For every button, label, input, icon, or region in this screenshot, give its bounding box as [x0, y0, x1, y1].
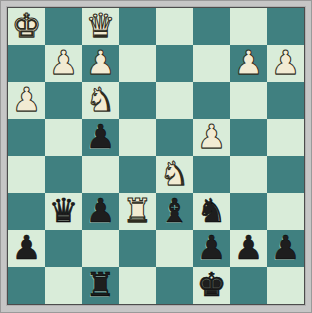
square-f4[interactable]	[193, 156, 230, 193]
square-c1[interactable]: ♜	[82, 267, 119, 304]
square-h4[interactable]	[267, 156, 304, 193]
square-a1[interactable]	[8, 267, 45, 304]
white-knight[interactable]: ♞	[160, 155, 190, 192]
white-pawn[interactable]: ♟	[49, 44, 79, 81]
square-f1[interactable]: ♚	[193, 267, 230, 304]
square-d1[interactable]	[119, 267, 156, 304]
white-pawn[interactable]: ♟	[12, 81, 42, 118]
white-queen[interactable]: ♛	[86, 7, 116, 44]
square-g3[interactable]	[230, 193, 267, 230]
square-b2[interactable]	[45, 230, 82, 267]
square-c6[interactable]: ♞	[82, 82, 119, 119]
square-d8[interactable]	[119, 8, 156, 45]
square-g1[interactable]	[230, 267, 267, 304]
square-e1[interactable]	[156, 267, 193, 304]
white-pawn[interactable]: ♟	[86, 44, 116, 81]
square-c3[interactable]: ♟	[82, 193, 119, 230]
black-pawn[interactable]: ♟	[271, 229, 301, 266]
square-h1[interactable]	[267, 267, 304, 304]
square-e4[interactable]: ♞	[156, 156, 193, 193]
square-d7[interactable]	[119, 45, 156, 82]
square-b1[interactable]	[45, 267, 82, 304]
square-d3[interactable]: ♜	[119, 193, 156, 230]
square-e8[interactable]	[156, 8, 193, 45]
black-bishop[interactable]: ♝	[160, 192, 190, 229]
square-b5[interactable]	[45, 119, 82, 156]
square-c8[interactable]: ♛	[82, 8, 119, 45]
square-h3[interactable]	[267, 193, 304, 230]
black-pawn[interactable]: ♟	[86, 118, 116, 155]
square-g6[interactable]	[230, 82, 267, 119]
black-king[interactable]: ♚	[197, 266, 227, 303]
black-pawn[interactable]: ♟	[12, 229, 42, 266]
square-b6[interactable]	[45, 82, 82, 119]
square-a4[interactable]	[8, 156, 45, 193]
square-f2[interactable]: ♟	[193, 230, 230, 267]
white-rook[interactable]: ♜	[123, 192, 153, 229]
white-pawn[interactable]: ♟	[234, 44, 264, 81]
square-a3[interactable]	[8, 193, 45, 230]
black-pawn[interactable]: ♟	[197, 229, 227, 266]
square-g2[interactable]: ♟	[230, 230, 267, 267]
square-d4[interactable]	[119, 156, 156, 193]
square-e7[interactable]	[156, 45, 193, 82]
white-pawn[interactable]: ♟	[271, 44, 301, 81]
white-pawn[interactable]: ♟	[197, 118, 227, 155]
square-f3[interactable]: ♞	[193, 193, 230, 230]
square-a2[interactable]: ♟	[8, 230, 45, 267]
square-h2[interactable]: ♟	[267, 230, 304, 267]
square-g4[interactable]	[230, 156, 267, 193]
square-d2[interactable]	[119, 230, 156, 267]
square-c5[interactable]: ♟	[82, 119, 119, 156]
square-b8[interactable]	[45, 8, 82, 45]
square-b4[interactable]	[45, 156, 82, 193]
board-frame: ♚♛♟♟♟♟♟♞♟♟♞♛♟♜♝♞♟♟♟♟♜♚	[0, 0, 312, 313]
chess-board: ♚♛♟♟♟♟♟♞♟♟♞♛♟♜♝♞♟♟♟♟♜♚	[7, 7, 305, 305]
square-f7[interactable]	[193, 45, 230, 82]
square-e3[interactable]: ♝	[156, 193, 193, 230]
square-f5[interactable]: ♟	[193, 119, 230, 156]
square-h5[interactable]	[267, 119, 304, 156]
black-queen[interactable]: ♛	[49, 192, 79, 229]
square-e6[interactable]	[156, 82, 193, 119]
square-a7[interactable]	[8, 45, 45, 82]
square-b7[interactable]: ♟	[45, 45, 82, 82]
square-h7[interactable]: ♟	[267, 45, 304, 82]
square-f6[interactable]	[193, 82, 230, 119]
square-g8[interactable]	[230, 8, 267, 45]
square-a5[interactable]	[8, 119, 45, 156]
square-e2[interactable]	[156, 230, 193, 267]
square-f8[interactable]	[193, 8, 230, 45]
black-rook[interactable]: ♜	[86, 266, 116, 303]
square-e5[interactable]	[156, 119, 193, 156]
square-b3[interactable]: ♛	[45, 193, 82, 230]
square-g7[interactable]: ♟	[230, 45, 267, 82]
square-c7[interactable]: ♟	[82, 45, 119, 82]
white-knight[interactable]: ♞	[86, 81, 116, 118]
square-a6[interactable]: ♟	[8, 82, 45, 119]
square-h8[interactable]	[267, 8, 304, 45]
black-pawn[interactable]: ♟	[234, 229, 264, 266]
black-knight[interactable]: ♞	[197, 192, 227, 229]
square-g5[interactable]	[230, 119, 267, 156]
square-h6[interactable]	[267, 82, 304, 119]
square-d5[interactable]	[119, 119, 156, 156]
square-a8[interactable]: ♚	[8, 8, 45, 45]
square-c2[interactable]	[82, 230, 119, 267]
square-d6[interactable]	[119, 82, 156, 119]
square-c4[interactable]	[82, 156, 119, 193]
white-king[interactable]: ♚	[12, 7, 42, 44]
black-pawn[interactable]: ♟	[86, 192, 116, 229]
